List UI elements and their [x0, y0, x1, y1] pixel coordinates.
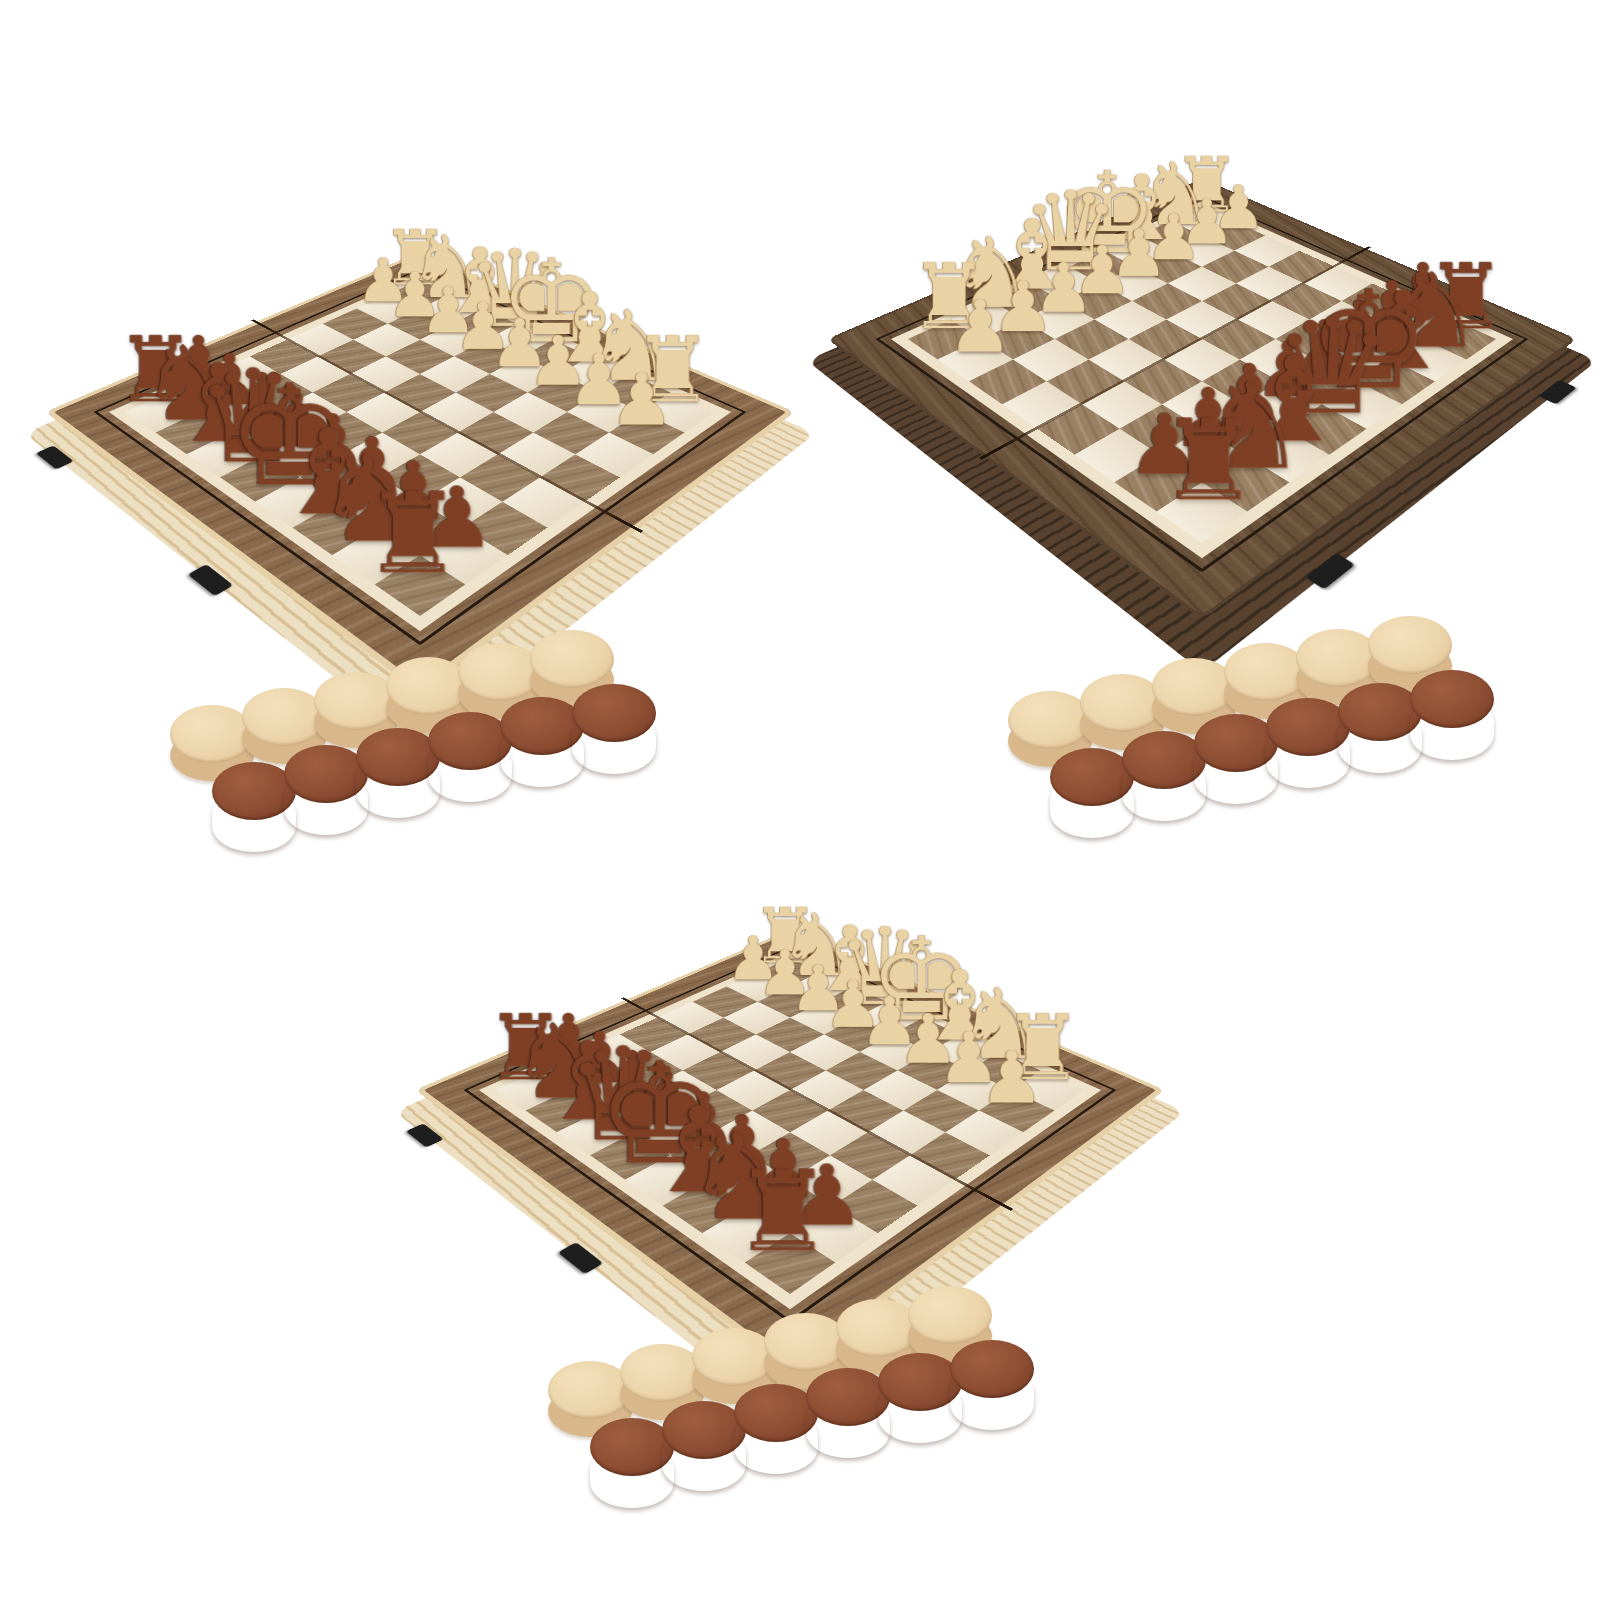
board-square	[1166, 301, 1238, 339]
white-pawn: ♟	[609, 364, 674, 436]
disc-top	[1410, 670, 1494, 728]
black-rook: ♜	[1159, 405, 1259, 516]
board-frame: ♜♞♝♛♚♝♞♜♟♟♟♟♟♟♟♟♟♟♟♟♟♟♟♟♜♞♝♛♚♝♞♜	[827, 179, 1577, 620]
checkers-group-middle-right	[988, 596, 1508, 846]
board-square	[1128, 319, 1202, 359]
checker-disc-dark-stack	[950, 1340, 1034, 1436]
checkers-group-middle-left	[150, 610, 670, 860]
playing-field: ♜♞♝♛♚♝♞♜♟♟♟♟♟♟♟♟♟♟♟♟♟♟♟♟♜♞♝♛♚♝♞♜	[891, 201, 1513, 558]
disc-top	[950, 1340, 1034, 1398]
chess-board-top-left: ♜♞♝♛♚♝♞♜♟♟♟♟♟♟♟♟♟♟♟♟♟♟♟♟♜♞♝♛♚♝♞♜	[155, 147, 685, 677]
board-square: ♜	[1157, 482, 1248, 543]
white-pawn: ♟	[948, 291, 1013, 363]
clasp-latch-icon	[1538, 380, 1576, 404]
disc-top	[530, 630, 614, 688]
white-pawn: ♟	[979, 1042, 1044, 1114]
board-square	[384, 374, 456, 412]
disc-top	[572, 684, 656, 742]
checker-disc-dark-stack	[572, 684, 656, 780]
clasp-latch-icon	[1305, 553, 1355, 590]
checkers-group-bottom-center	[528, 1266, 1048, 1516]
disc-top	[908, 1286, 992, 1344]
board-3d: ♜♞♝♛♚♝♞♜♟♟♟♟♟♟♟♟♟♟♟♟♟♟♟♟♜♞♝♛♚♝♞♜	[827, 179, 1577, 620]
disc-top	[1368, 616, 1452, 674]
board-square: ♜	[375, 555, 466, 616]
black-rook: ♜	[363, 478, 463, 589]
checker-disc-dark-stack	[1410, 670, 1494, 766]
clasp-latch-icon	[187, 564, 232, 596]
clasp-latch-icon	[36, 445, 74, 469]
chess-board-top-right: ♜♞♝♛♚♝♞♜♟♟♟♟♟♟♟♟♟♟♟♟♟♟♟♟♜♞♝♛♚♝♞♜	[937, 74, 1467, 604]
product-photo-canvas: ♜♞♝♛♚♝♞♜♟♟♟♟♟♟♟♟♟♟♟♟♟♟♟♟♜♞♝♛♚♝♞♜ ♜♞♝♛♚♝♞…	[0, 0, 1600, 1600]
clasp-latch-icon	[406, 1123, 444, 1147]
black-rook: ♜	[733, 1156, 833, 1267]
